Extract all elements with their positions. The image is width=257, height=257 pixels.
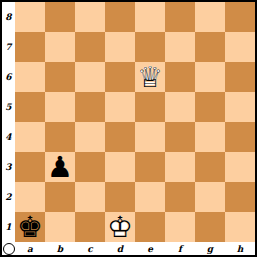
black-pawn-glyph: ♟	[45, 152, 75, 182]
file-label-h: h	[225, 242, 255, 255]
square-h1[interactable]	[225, 212, 255, 242]
black-king[interactable]: ♚	[15, 212, 45, 242]
square-d6[interactable]	[105, 62, 135, 92]
square-b5[interactable]	[45, 92, 75, 122]
file-labels: abcdefgh	[15, 242, 255, 255]
square-g6[interactable]	[195, 62, 225, 92]
rank-label-1: 1	[2, 212, 15, 242]
square-g7[interactable]	[195, 32, 225, 62]
square-e8[interactable]	[135, 2, 165, 32]
rank-label-4: 4	[2, 122, 15, 152]
square-c2[interactable]	[75, 182, 105, 212]
square-h5[interactable]	[225, 92, 255, 122]
square-c6[interactable]	[75, 62, 105, 92]
rank-labels: 87654321	[2, 2, 15, 242]
square-c3[interactable]	[75, 152, 105, 182]
square-b7[interactable]	[45, 32, 75, 62]
square-d2[interactable]	[105, 182, 135, 212]
square-a4[interactable]	[15, 122, 45, 152]
square-h4[interactable]	[225, 122, 255, 152]
turn-indicator	[3, 243, 15, 255]
square-g2[interactable]	[195, 182, 225, 212]
square-h3[interactable]	[225, 152, 255, 182]
black-king-glyph: ♚	[15, 212, 45, 242]
square-h2[interactable]	[225, 182, 255, 212]
chess-diagram: ♛♕♟♚♚♔ 87654321 abcdefgh	[0, 0, 257, 257]
square-e2[interactable]	[135, 182, 165, 212]
square-a3[interactable]	[15, 152, 45, 182]
square-f4[interactable]	[165, 122, 195, 152]
square-b3[interactable]: ♟	[45, 152, 75, 182]
square-d7[interactable]	[105, 32, 135, 62]
white-queen-outline: ♕	[135, 62, 165, 92]
square-a7[interactable]	[15, 32, 45, 62]
square-d3[interactable]	[105, 152, 135, 182]
rank-label-8: 8	[2, 2, 15, 32]
white-king[interactable]: ♚♔	[105, 212, 135, 242]
rank-label-5: 5	[2, 92, 15, 122]
square-b4[interactable]	[45, 122, 75, 152]
square-e5[interactable]	[135, 92, 165, 122]
rank-label-3: 3	[2, 152, 15, 182]
square-e4[interactable]	[135, 122, 165, 152]
white-king-outline: ♔	[105, 212, 135, 242]
square-f3[interactable]	[165, 152, 195, 182]
square-a5[interactable]	[15, 92, 45, 122]
square-a8[interactable]	[15, 2, 45, 32]
square-g8[interactable]	[195, 2, 225, 32]
square-d4[interactable]	[105, 122, 135, 152]
file-label-d: d	[105, 242, 135, 255]
square-e3[interactable]	[135, 152, 165, 182]
square-c4[interactable]	[75, 122, 105, 152]
black-pawn[interactable]: ♟	[45, 152, 75, 182]
file-label-a: a	[15, 242, 45, 255]
file-label-f: f	[165, 242, 195, 255]
square-b1[interactable]	[45, 212, 75, 242]
square-c5[interactable]	[75, 92, 105, 122]
file-label-e: e	[135, 242, 165, 255]
square-a2[interactable]	[15, 182, 45, 212]
square-e6[interactable]: ♛♕	[135, 62, 165, 92]
square-f5[interactable]	[165, 92, 195, 122]
square-c7[interactable]	[75, 32, 105, 62]
square-h6[interactable]	[225, 62, 255, 92]
square-a6[interactable]	[15, 62, 45, 92]
square-f8[interactable]	[165, 2, 195, 32]
square-c8[interactable]	[75, 2, 105, 32]
file-label-c: c	[75, 242, 105, 255]
square-d8[interactable]	[105, 2, 135, 32]
square-f1[interactable]	[165, 212, 195, 242]
rank-label-7: 7	[2, 32, 15, 62]
square-h7[interactable]	[225, 32, 255, 62]
white-queen[interactable]: ♛♕	[135, 62, 165, 92]
square-g5[interactable]	[195, 92, 225, 122]
square-d1[interactable]: ♚♔	[105, 212, 135, 242]
square-b6[interactable]	[45, 62, 75, 92]
square-f6[interactable]	[165, 62, 195, 92]
square-e7[interactable]	[135, 32, 165, 62]
square-a1[interactable]: ♚	[15, 212, 45, 242]
square-h8[interactable]	[225, 2, 255, 32]
rank-label-2: 2	[2, 182, 15, 212]
file-label-g: g	[195, 242, 225, 255]
square-g1[interactable]	[195, 212, 225, 242]
square-b8[interactable]	[45, 2, 75, 32]
square-f7[interactable]	[165, 32, 195, 62]
square-d5[interactable]	[105, 92, 135, 122]
square-f2[interactable]	[165, 182, 195, 212]
square-c1[interactable]	[75, 212, 105, 242]
file-label-b: b	[45, 242, 75, 255]
square-b2[interactable]	[45, 182, 75, 212]
square-e1[interactable]	[135, 212, 165, 242]
square-g3[interactable]	[195, 152, 225, 182]
square-g4[interactable]	[195, 122, 225, 152]
rank-label-6: 6	[2, 62, 15, 92]
board: ♛♕♟♚♚♔	[15, 2, 255, 242]
